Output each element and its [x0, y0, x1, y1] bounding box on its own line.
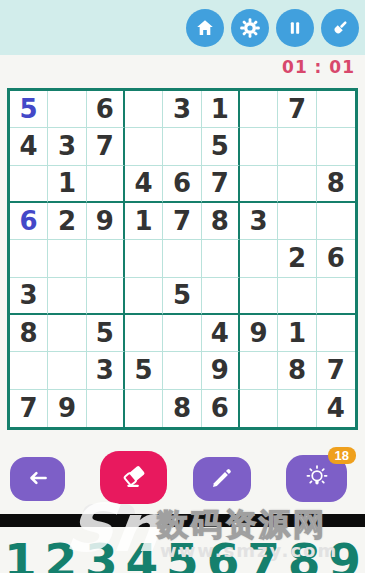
cell-r4c9[interactable]	[317, 203, 355, 240]
cell-r9c6[interactable]: 6	[202, 390, 240, 427]
watermark-logo: Sn	[61, 496, 165, 562]
cell-r3c3[interactable]	[87, 166, 125, 203]
cell-r2c7[interactable]	[240, 128, 278, 165]
cell-r1c2[interactable]	[48, 91, 86, 128]
cell-r8c5[interactable]	[163, 352, 201, 389]
cell-r4c3[interactable]: 9	[87, 203, 125, 240]
pencil-button[interactable]	[193, 457, 251, 501]
hint-button[interactable]: 18	[286, 455, 347, 502]
cell-r5c6[interactable]	[202, 240, 240, 277]
cell-r9c5[interactable]: 8	[163, 390, 201, 427]
pencil-icon	[210, 466, 234, 493]
cell-r8c3[interactable]: 3	[87, 352, 125, 389]
gear-icon	[238, 16, 262, 40]
cell-r2c2[interactable]: 3	[48, 128, 86, 165]
cell-r7c1[interactable]: 8	[10, 315, 48, 352]
cell-r7c2[interactable]	[48, 315, 86, 352]
cell-r4c4[interactable]: 1	[125, 203, 163, 240]
cell-r3c7[interactable]	[240, 166, 278, 203]
timer: 01 : 01	[282, 57, 355, 77]
cell-r8c8[interactable]: 8	[278, 352, 316, 389]
cell-r9c8[interactable]	[278, 390, 316, 427]
cell-r3c6[interactable]: 7	[202, 166, 240, 203]
cell-r2c6[interactable]: 5	[202, 128, 240, 165]
cell-r5c4[interactable]	[125, 240, 163, 277]
cell-r9c4[interactable]	[125, 390, 163, 427]
cell-r1c8[interactable]: 7	[278, 91, 316, 128]
cell-r8c9[interactable]: 7	[317, 352, 355, 389]
theme-button[interactable]	[321, 9, 359, 47]
cell-r3c4[interactable]: 4	[125, 166, 163, 203]
cell-r1c9[interactable]	[317, 91, 355, 128]
numpad-key-1[interactable]: 1	[4, 537, 37, 573]
watermark-url: www.smzy.com	[160, 540, 338, 561]
cell-r8c6[interactable]: 9	[202, 352, 240, 389]
cell-r7c8[interactable]: 1	[278, 315, 316, 352]
cell-r6c1[interactable]: 3	[10, 278, 48, 315]
cell-r6c7[interactable]	[240, 278, 278, 315]
cell-r5c2[interactable]	[48, 240, 86, 277]
cell-r3c9[interactable]: 8	[317, 166, 355, 203]
cell-r5c5[interactable]	[163, 240, 201, 277]
cell-r5c3[interactable]	[87, 240, 125, 277]
cell-r4c6[interactable]: 8	[202, 203, 240, 240]
cell-r9c1[interactable]: 7	[10, 390, 48, 427]
cell-r7c4[interactable]	[125, 315, 163, 352]
pause-icon	[285, 18, 305, 38]
cell-r7c7[interactable]: 9	[240, 315, 278, 352]
cell-r1c3[interactable]: 6	[87, 91, 125, 128]
paintbrush-icon	[329, 17, 351, 39]
cell-r9c7[interactable]	[240, 390, 278, 427]
cell-r5c9[interactable]: 6	[317, 240, 355, 277]
cell-r9c3[interactable]	[87, 390, 125, 427]
cell-r5c8[interactable]: 2	[278, 240, 316, 277]
cell-r9c2[interactable]: 9	[48, 390, 86, 427]
cell-r1c1[interactable]: 5	[10, 91, 48, 128]
lightbulb-icon	[303, 463, 331, 494]
cell-r8c4[interactable]: 5	[125, 352, 163, 389]
cell-r3c1[interactable]	[10, 166, 48, 203]
cell-r8c7[interactable]	[240, 352, 278, 389]
cell-r7c5[interactable]	[163, 315, 201, 352]
hint-count-badge: 18	[328, 447, 356, 464]
cell-r1c7[interactable]	[240, 91, 278, 128]
pause-button[interactable]	[276, 9, 314, 47]
settings-button[interactable]	[231, 9, 269, 47]
sudoku-board: 5631743751467862917832635854913598779864	[7, 88, 358, 430]
cell-r8c2[interactable]	[48, 352, 86, 389]
undo-button[interactable]	[10, 457, 65, 501]
cell-r2c3[interactable]: 7	[87, 128, 125, 165]
cell-r7c9[interactable]	[317, 315, 355, 352]
cell-r4c1[interactable]: 6	[10, 203, 48, 240]
cell-r8c1[interactable]	[10, 352, 48, 389]
home-icon	[194, 17, 216, 39]
cell-r7c6[interactable]: 4	[202, 315, 240, 352]
top-toolbar	[0, 0, 365, 55]
cell-r1c6[interactable]: 1	[202, 91, 240, 128]
cell-r2c4[interactable]	[125, 128, 163, 165]
cell-r4c8[interactable]	[278, 203, 316, 240]
home-button[interactable]	[186, 9, 224, 47]
cell-r9c9[interactable]: 4	[317, 390, 355, 427]
cell-r6c5[interactable]: 5	[163, 278, 201, 315]
cell-r6c6[interactable]	[202, 278, 240, 315]
cell-r4c7[interactable]: 3	[240, 203, 278, 240]
cell-r2c5[interactable]	[163, 128, 201, 165]
undo-arrow-icon	[25, 465, 51, 494]
cell-r7c3[interactable]: 5	[87, 315, 125, 352]
cell-r6c8[interactable]	[278, 278, 316, 315]
cell-r2c8[interactable]	[278, 128, 316, 165]
cell-r1c5[interactable]: 3	[163, 91, 201, 128]
cell-r6c4[interactable]	[125, 278, 163, 315]
cell-r6c2[interactable]	[48, 278, 86, 315]
cell-r3c2[interactable]: 1	[48, 166, 86, 203]
cell-r6c3[interactable]	[87, 278, 125, 315]
cell-r4c5[interactable]: 7	[163, 203, 201, 240]
cell-r6c9[interactable]	[317, 278, 355, 315]
cell-r5c1[interactable]	[10, 240, 48, 277]
cell-r3c8[interactable]	[278, 166, 316, 203]
cell-r4c2[interactable]: 2	[48, 203, 86, 240]
cell-r3c5[interactable]: 6	[163, 166, 201, 203]
cell-r2c9[interactable]	[317, 128, 355, 165]
cell-r1c4[interactable]	[125, 91, 163, 128]
cell-r2c1[interactable]: 4	[10, 128, 48, 165]
cell-r5c7[interactable]	[240, 240, 278, 277]
sudoku-grid: 5631743751467862917832635854913598779864	[10, 91, 355, 427]
